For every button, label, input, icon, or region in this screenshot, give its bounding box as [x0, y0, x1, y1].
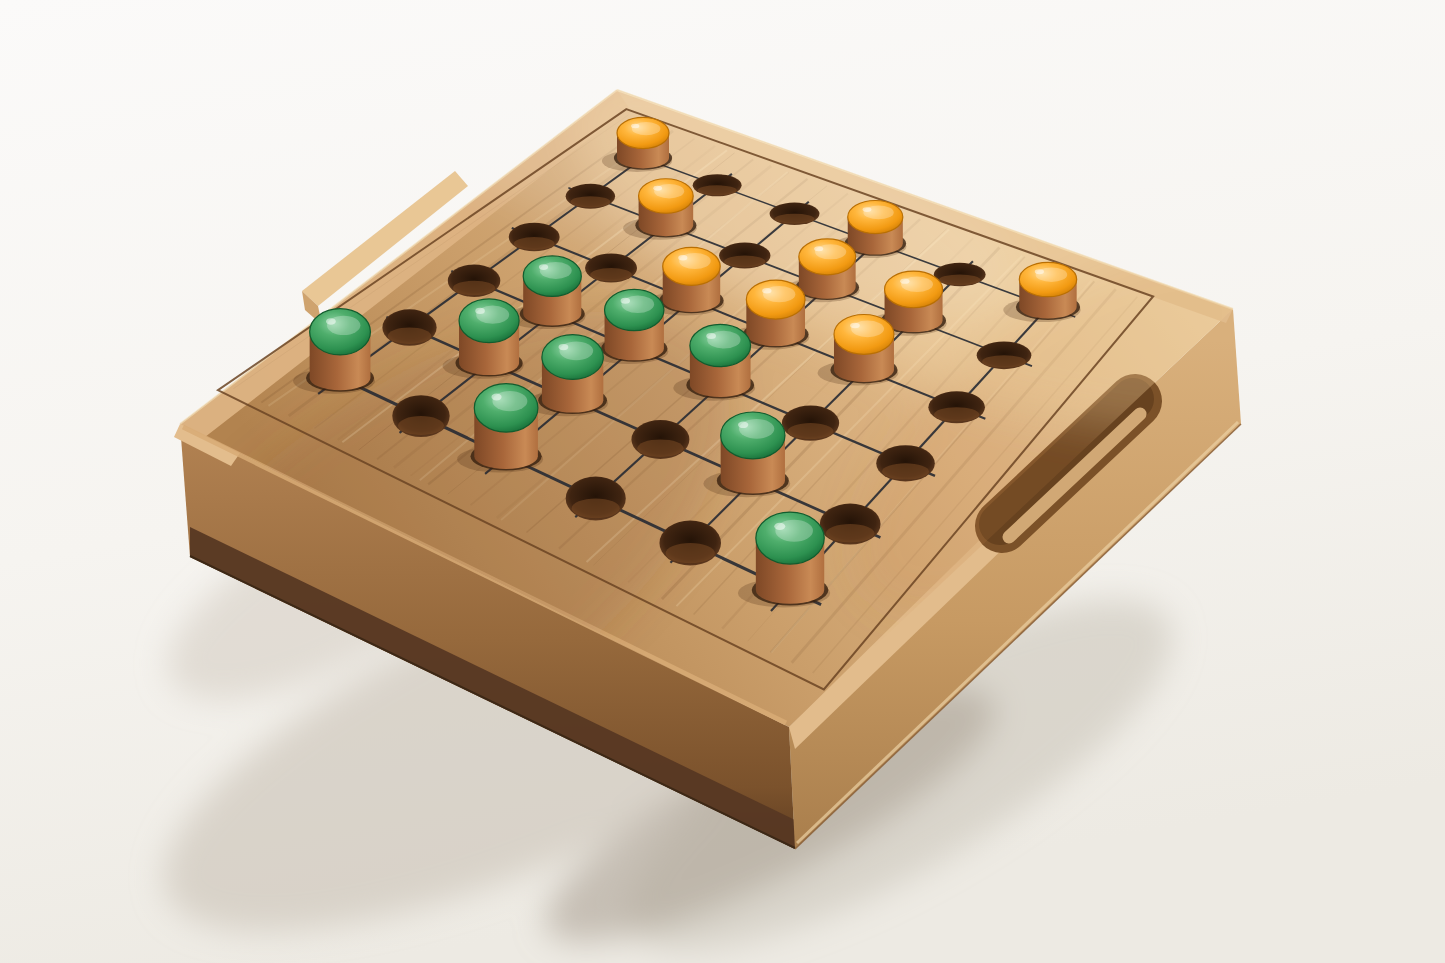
hole-inner-light [666, 543, 715, 563]
peg-cap-specular [621, 298, 630, 304]
peg-cap-specular [738, 422, 748, 429]
hole-r6c4[interactable] [566, 477, 626, 521]
hole-inner-light [637, 439, 683, 457]
hole-r6c2[interactable] [392, 395, 449, 437]
hole-inner-light [698, 185, 737, 195]
hole-r1c3[interactable] [770, 203, 820, 225]
peg-cap-specular [558, 344, 568, 350]
hole-inner-light [775, 214, 815, 224]
hole-r3c2[interactable] [585, 253, 637, 282]
hole-inner-light [826, 524, 875, 542]
hole-r5c4[interactable] [631, 420, 689, 459]
hole-inner-light [453, 281, 495, 296]
hole-r1c2[interactable] [693, 174, 742, 196]
peg-cap-specular [774, 523, 785, 530]
peg-cap-specular [900, 279, 909, 284]
product-photo [0, 0, 1445, 963]
hole-inner-light [388, 328, 431, 344]
hole-inner-light [514, 237, 555, 250]
hole-r3c1[interactable] [509, 223, 560, 252]
hole-inner-light [982, 355, 1026, 367]
peg-cap-specular [678, 255, 687, 260]
hole-r3c6[interactable] [928, 391, 985, 423]
hole-inner-light [934, 407, 979, 421]
hole-r6c5[interactable] [659, 521, 721, 566]
peg-cap-specular [706, 333, 716, 339]
hole-r2c3[interactable] [719, 243, 770, 269]
peg-cap-specular [814, 246, 823, 251]
peg-cap-specular [326, 318, 336, 324]
hole-inner-light [572, 498, 620, 518]
hole-inner-light [939, 275, 981, 286]
hole-r4c5[interactable] [782, 405, 839, 440]
peg-cap-specular [762, 288, 771, 293]
hole-r2c6[interactable] [977, 341, 1032, 369]
hole-inner-light [571, 196, 611, 207]
hole-inner-light [788, 423, 834, 439]
hole-r1c5[interactable] [934, 263, 986, 286]
peg-cap-specular [653, 186, 662, 191]
hole-r4c1[interactable] [448, 264, 501, 296]
hole-r2c1[interactable] [566, 184, 615, 209]
hole-inner-light [590, 268, 632, 281]
peg-cap-specular [539, 264, 548, 270]
peg-cap-specular [1035, 269, 1044, 274]
peg-cap-specular [475, 308, 485, 314]
hole-r5c1[interactable] [382, 309, 436, 346]
peg-cap-specular [491, 394, 501, 401]
peg-cap-specular [863, 207, 872, 212]
peg-cap-specular [631, 124, 639, 128]
board-scene-svg [0, 0, 1445, 963]
hole-inner-light [724, 256, 765, 268]
hole-inner-light [398, 416, 444, 435]
peg-cap-specular [850, 323, 860, 329]
hole-r4c6[interactable] [876, 445, 935, 481]
hole-inner-light [882, 463, 929, 479]
hole-r5c6[interactable] [820, 504, 881, 545]
